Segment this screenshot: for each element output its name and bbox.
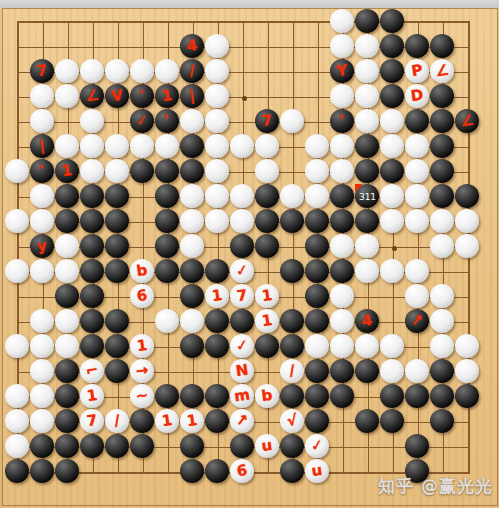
white-stone [380, 209, 404, 233]
black-stone [230, 434, 254, 458]
white-stone [155, 309, 179, 333]
white-stone [430, 209, 454, 233]
black-stone [155, 209, 179, 233]
black-stone [380, 409, 404, 433]
go-board[interactable]: 74/YP∠∠V'1|D✓'7'∠|'1yb✓617114↗1✓⌐→N/1~mb… [0, 8, 499, 508]
black-stone [105, 359, 129, 383]
white-stone [30, 309, 54, 333]
black-stone [180, 334, 204, 358]
white-stone [405, 359, 429, 383]
black-stone [280, 384, 304, 408]
black-stone [430, 34, 454, 58]
white-stone [130, 334, 154, 358]
black-stone [430, 184, 454, 208]
white-stone [355, 84, 379, 108]
black-stone [380, 159, 404, 183]
black-stone [455, 384, 479, 408]
black-stone [405, 309, 429, 333]
white-stone [280, 184, 304, 208]
black-stone [330, 184, 354, 208]
black-stone [155, 384, 179, 408]
white-stone [230, 384, 254, 408]
black-stone [355, 309, 379, 333]
black-stone [280, 209, 304, 233]
black-stone [205, 384, 229, 408]
white-stone [405, 284, 429, 308]
white-stone [430, 234, 454, 258]
white-stone [30, 409, 54, 433]
white-stone [430, 334, 454, 358]
black-stone [430, 84, 454, 108]
white-stone [80, 109, 104, 133]
black-stone [405, 384, 429, 408]
black-stone [205, 334, 229, 358]
black-stone [230, 309, 254, 333]
black-stone [355, 9, 379, 33]
black-stone [55, 434, 79, 458]
black-stone [405, 434, 429, 458]
black-stone [380, 9, 404, 33]
black-stone [255, 209, 279, 233]
white-stone [305, 434, 329, 458]
white-stone [205, 59, 229, 83]
black-stone [180, 59, 204, 83]
page: 74/YP∠∠V'1|D✓'7'∠|'1yb✓617114↗1✓⌐→N/1~mb… [0, 0, 499, 508]
white-stone [205, 209, 229, 233]
black-stone [30, 459, 54, 483]
white-stone [230, 459, 254, 483]
black-stone [305, 384, 329, 408]
black-stone [280, 434, 304, 458]
white-stone [205, 159, 229, 183]
white-stone [355, 59, 379, 83]
white-stone [5, 434, 29, 458]
black-stone [305, 309, 329, 333]
black-stone [180, 384, 204, 408]
black-stone [130, 409, 154, 433]
white-stone [130, 59, 154, 83]
white-stone [255, 284, 279, 308]
white-stone [330, 134, 354, 158]
white-stone [255, 309, 279, 333]
white-stone [280, 109, 304, 133]
white-stone [130, 259, 154, 283]
black-stone [355, 409, 379, 433]
white-stone [55, 334, 79, 358]
black-stone [380, 59, 404, 83]
black-stone [205, 309, 229, 333]
black-stone [180, 434, 204, 458]
star-point [242, 96, 247, 101]
black-stone [155, 184, 179, 208]
white-stone [105, 409, 129, 433]
black-stone [305, 284, 329, 308]
white-stone [255, 159, 279, 183]
black-stone [130, 109, 154, 133]
black-stone [155, 109, 179, 133]
black-stone [30, 159, 54, 183]
black-stone [80, 259, 104, 283]
white-stone [405, 159, 429, 183]
white-stone [355, 334, 379, 358]
black-stone [105, 334, 129, 358]
white-stone [455, 209, 479, 233]
white-stone [330, 84, 354, 108]
white-stone [430, 59, 454, 83]
white-stone [105, 59, 129, 83]
black-stone [105, 84, 129, 108]
white-stone [80, 59, 104, 83]
black-stone [305, 209, 329, 233]
white-stone [30, 84, 54, 108]
white-stone [380, 259, 404, 283]
white-stone [230, 334, 254, 358]
black-stone [155, 234, 179, 258]
white-stone [230, 409, 254, 433]
black-stone [230, 234, 254, 258]
white-stone [355, 109, 379, 133]
black-stone [155, 259, 179, 283]
white-stone [80, 359, 104, 383]
white-stone [305, 159, 329, 183]
white-stone [380, 334, 404, 358]
black-stone [80, 309, 104, 333]
black-stone [5, 459, 29, 483]
white-stone [330, 159, 354, 183]
white-stone [230, 359, 254, 383]
move-number-label: 311 [359, 192, 376, 201]
white-stone [180, 409, 204, 433]
white-stone [205, 109, 229, 133]
black-stone [205, 459, 229, 483]
white-stone [305, 134, 329, 158]
white-stone [30, 184, 54, 208]
black-stone [180, 84, 204, 108]
white-stone [355, 259, 379, 283]
white-stone [180, 109, 204, 133]
white-stone [230, 284, 254, 308]
black-stone [130, 159, 154, 183]
black-stone [280, 259, 304, 283]
white-stone [80, 134, 104, 158]
white-stone [205, 284, 229, 308]
black-stone [55, 159, 79, 183]
white-stone [255, 134, 279, 158]
watermark: 知乎 @赢光光 [378, 475, 493, 498]
white-stone [130, 384, 154, 408]
white-stone [105, 134, 129, 158]
white-stone [5, 334, 29, 358]
white-stone [30, 359, 54, 383]
black-stone [330, 109, 354, 133]
white-stone [380, 184, 404, 208]
black-stone [280, 334, 304, 358]
black-stone [55, 409, 79, 433]
white-stone [330, 334, 354, 358]
black-stone [455, 109, 479, 133]
white-stone [205, 134, 229, 158]
white-stone [430, 284, 454, 308]
black-stone [155, 159, 179, 183]
white-stone [180, 209, 204, 233]
black-stone [80, 234, 104, 258]
black-stone [105, 234, 129, 258]
black-stone [180, 34, 204, 58]
white-stone [55, 259, 79, 283]
black-stone [430, 409, 454, 433]
black-stone [30, 59, 54, 83]
black-stone [105, 434, 129, 458]
white-stone [405, 209, 429, 233]
black-stone [80, 434, 104, 458]
black-stone [355, 209, 379, 233]
white-stone [130, 134, 154, 158]
white-stone [155, 134, 179, 158]
black-stone [130, 434, 154, 458]
white-stone [455, 334, 479, 358]
white-stone [380, 134, 404, 158]
black-stone [280, 459, 304, 483]
black-stone [130, 84, 154, 108]
white-stone [55, 234, 79, 258]
white-stone [355, 234, 379, 258]
black-stone [155, 84, 179, 108]
black-stone [355, 159, 379, 183]
white-stone [105, 159, 129, 183]
black-stone [105, 259, 129, 283]
black-stone [80, 209, 104, 233]
white-stone [405, 134, 429, 158]
black-stone [180, 134, 204, 158]
white-stone [330, 284, 354, 308]
black-stone [55, 184, 79, 208]
black-stone [80, 334, 104, 358]
black-stone [430, 134, 454, 158]
black-stone [180, 459, 204, 483]
black-stone [280, 309, 304, 333]
white-stone [55, 309, 79, 333]
black-stone [305, 259, 329, 283]
white-stone [55, 134, 79, 158]
black-stone [330, 259, 354, 283]
black-stone [430, 109, 454, 133]
white-stone [405, 59, 429, 83]
white-stone [230, 209, 254, 233]
black-stone [305, 409, 329, 433]
black-stone [330, 384, 354, 408]
white-stone [155, 409, 179, 433]
black-stone [205, 409, 229, 433]
white-stone [30, 259, 54, 283]
black-stone [80, 184, 104, 208]
white-stone [155, 59, 179, 83]
black-stone [255, 184, 279, 208]
white-stone [405, 84, 429, 108]
black-stone [380, 384, 404, 408]
white-stone [380, 359, 404, 383]
black-stone [30, 134, 54, 158]
star-point [392, 246, 397, 251]
black-stone [30, 234, 54, 258]
white-stone [80, 159, 104, 183]
white-stone [330, 234, 354, 258]
white-stone [130, 284, 154, 308]
white-stone [80, 409, 104, 433]
white-stone [30, 209, 54, 233]
white-stone [305, 459, 329, 483]
white-stone [280, 359, 304, 383]
black-stone [330, 59, 354, 83]
white-stone [30, 334, 54, 358]
black-stone [55, 384, 79, 408]
black-stone [330, 359, 354, 383]
black-stone [430, 384, 454, 408]
white-stone [255, 434, 279, 458]
white-stone [5, 209, 29, 233]
white-stone [330, 9, 354, 33]
white-stone [255, 384, 279, 408]
black-stone [430, 359, 454, 383]
white-stone [55, 84, 79, 108]
white-stone [180, 184, 204, 208]
black-stone [405, 109, 429, 133]
black-stone [105, 309, 129, 333]
black-stone [180, 284, 204, 308]
white-stone [180, 234, 204, 258]
black-stone [105, 209, 129, 233]
white-stone [430, 309, 454, 333]
white-stone [5, 159, 29, 183]
white-stone [5, 409, 29, 433]
white-stone [130, 359, 154, 383]
white-stone [230, 184, 254, 208]
black-stone [55, 359, 79, 383]
black-stone [80, 284, 104, 308]
black-stone [355, 359, 379, 383]
white-stone [305, 184, 329, 208]
white-stone [280, 409, 304, 433]
black-stone [305, 359, 329, 383]
black-stone [405, 34, 429, 58]
white-stone [5, 384, 29, 408]
black-stone [180, 159, 204, 183]
black-stone [30, 434, 54, 458]
black-stone [105, 184, 129, 208]
black-stone [355, 134, 379, 158]
white-stone [455, 234, 479, 258]
black-stone [330, 209, 354, 233]
black-stone [180, 259, 204, 283]
black-stone [430, 159, 454, 183]
black-stone [255, 109, 279, 133]
white-stone [455, 359, 479, 383]
black-stone [305, 234, 329, 258]
black-stone [455, 184, 479, 208]
white-stone [30, 384, 54, 408]
white-stone [305, 334, 329, 358]
white-stone [405, 259, 429, 283]
black-stone [380, 84, 404, 108]
white-stone [405, 184, 429, 208]
black-stone [255, 234, 279, 258]
white-stone [5, 259, 29, 283]
white-stone [205, 34, 229, 58]
white-stone [180, 309, 204, 333]
white-stone [230, 259, 254, 283]
white-stone [30, 109, 54, 133]
black-stone [55, 459, 79, 483]
white-stone [205, 84, 229, 108]
white-stone [55, 59, 79, 83]
white-stone [230, 134, 254, 158]
black-stone [380, 34, 404, 58]
white-stone [80, 384, 104, 408]
white-stone [355, 34, 379, 58]
black-stone [80, 84, 104, 108]
black-stone [205, 259, 229, 283]
white-stone [330, 309, 354, 333]
black-stone [55, 209, 79, 233]
black-stone [55, 284, 79, 308]
white-stone [330, 34, 354, 58]
white-stone [205, 184, 229, 208]
white-stone [380, 109, 404, 133]
black-stone [255, 334, 279, 358]
